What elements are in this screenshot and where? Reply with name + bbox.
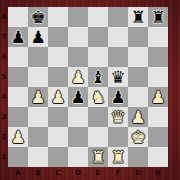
square-e5[interactable]: ♝ bbox=[88, 67, 108, 87]
square-f7[interactable] bbox=[108, 27, 128, 47]
square-c4[interactable]: ♟ bbox=[48, 87, 68, 107]
chess-board: ♚♜♜♟♟♟♝♛♟♟♟♞♟♟♛♟♟♚♜♜ bbox=[8, 7, 168, 167]
square-h7[interactable] bbox=[148, 27, 168, 47]
square-e3[interactable] bbox=[88, 107, 108, 127]
white-pawn-g3: ♟ bbox=[130, 107, 145, 127]
square-d8[interactable] bbox=[68, 7, 88, 27]
black-king-b8: ♚ bbox=[30, 7, 45, 27]
black-bishop-e5: ♝ bbox=[90, 67, 105, 87]
file-label-e: E bbox=[88, 167, 108, 180]
file-label-a: A bbox=[8, 167, 28, 180]
square-h3[interactable] bbox=[148, 107, 168, 127]
square-g6[interactable] bbox=[128, 47, 148, 67]
square-b5[interactable] bbox=[28, 67, 48, 87]
file-label-g: G bbox=[128, 167, 148, 180]
square-c6[interactable] bbox=[48, 47, 68, 67]
square-a5[interactable] bbox=[8, 67, 28, 87]
square-e2[interactable] bbox=[88, 127, 108, 147]
square-h2[interactable] bbox=[148, 127, 168, 147]
file-label-d: D bbox=[68, 167, 88, 180]
square-b1[interactable] bbox=[28, 147, 48, 167]
square-h5[interactable] bbox=[148, 67, 168, 87]
black-pawn-a7: ♟ bbox=[10, 27, 25, 47]
white-knight-e4: ♞ bbox=[90, 87, 105, 107]
square-a4[interactable] bbox=[8, 87, 28, 107]
square-c8[interactable] bbox=[48, 7, 68, 27]
square-a3[interactable] bbox=[8, 107, 28, 127]
square-d4[interactable]: ♟ bbox=[68, 87, 88, 107]
square-c1[interactable] bbox=[48, 147, 68, 167]
square-b8[interactable]: ♚ bbox=[28, 7, 48, 27]
square-e8[interactable] bbox=[88, 7, 108, 27]
square-a6[interactable] bbox=[8, 47, 28, 67]
square-a2[interactable]: ♟ bbox=[8, 127, 28, 147]
square-h4[interactable]: ♟ bbox=[148, 87, 168, 107]
square-g2[interactable]: ♚ bbox=[128, 127, 148, 147]
square-c2[interactable] bbox=[48, 127, 68, 147]
white-pawn-c4: ♟ bbox=[50, 87, 65, 107]
file-label-c: C bbox=[48, 167, 68, 180]
square-f3[interactable]: ♛ bbox=[108, 107, 128, 127]
square-b6[interactable] bbox=[28, 47, 48, 67]
file-label-f: F bbox=[108, 167, 128, 180]
file-label-b: B bbox=[28, 167, 48, 180]
square-g7[interactable] bbox=[128, 27, 148, 47]
square-h6[interactable] bbox=[148, 47, 168, 67]
square-e1[interactable]: ♜ bbox=[88, 147, 108, 167]
file-label-h: H bbox=[148, 167, 168, 180]
square-g1[interactable] bbox=[128, 147, 148, 167]
square-f4[interactable]: ♟ bbox=[108, 87, 128, 107]
square-c7[interactable] bbox=[48, 27, 68, 47]
black-queen-f5: ♛ bbox=[110, 67, 125, 87]
square-d5[interactable]: ♟ bbox=[68, 67, 88, 87]
white-pawn-d5: ♟ bbox=[70, 67, 85, 87]
rank-label-3: 3 bbox=[0, 107, 8, 127]
white-pawn-a2: ♟ bbox=[10, 127, 25, 147]
black-rook-h8: ♜ bbox=[150, 7, 165, 27]
square-g3[interactable]: ♟ bbox=[128, 107, 148, 127]
square-a1[interactable] bbox=[8, 147, 28, 167]
square-f8[interactable] bbox=[108, 7, 128, 27]
square-d7[interactable] bbox=[68, 27, 88, 47]
square-h8[interactable]: ♜ bbox=[148, 7, 168, 27]
rank-label-1: 1 bbox=[0, 147, 8, 167]
black-rook-g8: ♜ bbox=[130, 7, 145, 27]
square-f2[interactable] bbox=[108, 127, 128, 147]
black-pawn-f4: ♟ bbox=[110, 87, 125, 107]
square-h1[interactable] bbox=[148, 147, 168, 167]
rank-label-6: 6 bbox=[0, 47, 8, 67]
square-f5[interactable]: ♛ bbox=[108, 67, 128, 87]
square-a7[interactable]: ♟ bbox=[8, 27, 28, 47]
square-c5[interactable] bbox=[48, 67, 68, 87]
square-d6[interactable] bbox=[68, 47, 88, 67]
square-g5[interactable] bbox=[128, 67, 148, 87]
square-a8[interactable] bbox=[8, 7, 28, 27]
square-b3[interactable] bbox=[28, 107, 48, 127]
square-b2[interactable] bbox=[28, 127, 48, 147]
black-pawn-b7: ♟ bbox=[30, 27, 45, 47]
square-f1[interactable]: ♜ bbox=[108, 147, 128, 167]
square-e7[interactable] bbox=[88, 27, 108, 47]
file-labels: ABCDEFGH bbox=[8, 167, 168, 180]
square-e6[interactable] bbox=[88, 47, 108, 67]
white-queen-f3: ♛ bbox=[110, 107, 125, 127]
rank-label-5: 5 bbox=[0, 67, 8, 87]
board-frame: 87654321 ABCDEFGH ♚♜♜♟♟♟♝♛♟♟♟♞♟♟♛♟♟♚♜♜ bbox=[0, 0, 180, 180]
rank-labels: 87654321 bbox=[0, 7, 8, 167]
rank-label-4: 4 bbox=[0, 87, 8, 107]
square-d2[interactable] bbox=[68, 127, 88, 147]
black-pawn-d4: ♟ bbox=[70, 87, 85, 107]
square-d1[interactable] bbox=[68, 147, 88, 167]
square-g8[interactable]: ♜ bbox=[128, 7, 148, 27]
square-f6[interactable] bbox=[108, 47, 128, 67]
white-rook-e1: ♜ bbox=[90, 147, 105, 167]
square-b4[interactable]: ♟ bbox=[28, 87, 48, 107]
rank-label-7: 7 bbox=[0, 27, 8, 47]
white-king-g2: ♚ bbox=[130, 127, 145, 147]
square-d3[interactable] bbox=[68, 107, 88, 127]
white-pawn-b4: ♟ bbox=[30, 87, 45, 107]
square-c3[interactable] bbox=[48, 107, 68, 127]
square-g4[interactable] bbox=[128, 87, 148, 107]
rank-label-2: 2 bbox=[0, 127, 8, 147]
square-e4[interactable]: ♞ bbox=[88, 87, 108, 107]
rank-label-8: 8 bbox=[0, 7, 8, 27]
white-rook-f1: ♜ bbox=[110, 147, 125, 167]
white-pawn-h4: ♟ bbox=[150, 87, 165, 107]
square-b7[interactable]: ♟ bbox=[28, 27, 48, 47]
